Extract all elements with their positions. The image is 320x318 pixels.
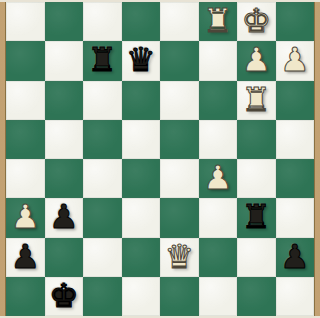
square-b2[interactable] — [45, 238, 84, 277]
square-f1[interactable] — [199, 277, 238, 316]
square-b5[interactable] — [45, 120, 84, 159]
square-g6[interactable]: ♜ — [237, 81, 276, 120]
square-h8[interactable] — [276, 2, 315, 41]
square-f6[interactable] — [199, 81, 238, 120]
square-c4[interactable] — [83, 159, 122, 198]
square-a5[interactable] — [6, 120, 45, 159]
square-g3[interactable]: ♜ — [237, 198, 276, 237]
square-b6[interactable] — [45, 81, 84, 120]
square-h5[interactable] — [276, 120, 315, 159]
square-h3[interactable] — [276, 198, 315, 237]
white-queen[interactable]: ♛ — [164, 240, 194, 273]
square-d8[interactable] — [122, 2, 161, 41]
white-pawn[interactable]: ♟ — [241, 43, 271, 76]
square-a3[interactable]: ♟ — [6, 198, 45, 237]
square-c2[interactable] — [83, 238, 122, 277]
square-b7[interactable] — [45, 41, 84, 80]
square-c3[interactable] — [83, 198, 122, 237]
black-rook[interactable]: ♜ — [241, 200, 271, 233]
chess-board: ♜♚♜♛♟♟♜♟♟♟♜♟♛♟♚ — [5, 2, 315, 316]
square-c7[interactable]: ♜ — [83, 41, 122, 80]
square-h6[interactable] — [276, 81, 315, 120]
square-d1[interactable] — [122, 277, 161, 316]
square-d5[interactable] — [122, 120, 161, 159]
square-f4[interactable]: ♟ — [199, 159, 238, 198]
square-d4[interactable] — [122, 159, 161, 198]
square-h1[interactable] — [276, 277, 315, 316]
square-g4[interactable] — [237, 159, 276, 198]
square-b4[interactable] — [45, 159, 84, 198]
board-frame: ♜♚♜♛♟♟♜♟♟♟♜♟♛♟♚ — [0, 0, 320, 318]
square-f5[interactable] — [199, 120, 238, 159]
white-pawn[interactable]: ♟ — [203, 161, 233, 194]
black-pawn[interactable]: ♟ — [10, 240, 40, 273]
white-pawn[interactable]: ♟ — [280, 43, 310, 76]
white-king[interactable]: ♚ — [241, 4, 271, 37]
square-b1[interactable]: ♚ — [45, 277, 84, 316]
square-d7[interactable]: ♛ — [122, 41, 161, 80]
square-a6[interactable] — [6, 81, 45, 120]
black-king[interactable]: ♚ — [49, 279, 79, 312]
square-c5[interactable] — [83, 120, 122, 159]
square-a8[interactable] — [6, 2, 45, 41]
square-d3[interactable] — [122, 198, 161, 237]
black-pawn[interactable]: ♟ — [49, 200, 79, 233]
square-e1[interactable] — [160, 277, 199, 316]
square-g7[interactable]: ♟ — [237, 41, 276, 80]
square-c6[interactable] — [83, 81, 122, 120]
square-e2[interactable]: ♛ — [160, 238, 199, 277]
square-g8[interactable]: ♚ — [237, 2, 276, 41]
white-rook[interactable]: ♜ — [241, 83, 271, 116]
square-f3[interactable] — [199, 198, 238, 237]
square-e8[interactable] — [160, 2, 199, 41]
square-f8[interactable]: ♜ — [199, 2, 238, 41]
square-d6[interactable] — [122, 81, 161, 120]
square-e4[interactable] — [160, 159, 199, 198]
square-f7[interactable] — [199, 41, 238, 80]
square-h7[interactable]: ♟ — [276, 41, 315, 80]
square-c1[interactable] — [83, 277, 122, 316]
square-a2[interactable]: ♟ — [6, 238, 45, 277]
black-rook[interactable]: ♜ — [87, 43, 117, 76]
square-h4[interactable] — [276, 159, 315, 198]
white-rook[interactable]: ♜ — [203, 4, 233, 37]
white-pawn[interactable]: ♟ — [10, 200, 40, 233]
square-a1[interactable] — [6, 277, 45, 316]
square-e3[interactable] — [160, 198, 199, 237]
square-a7[interactable] — [6, 41, 45, 80]
square-a4[interactable] — [6, 159, 45, 198]
square-h2[interactable]: ♟ — [276, 238, 315, 277]
square-d2[interactable] — [122, 238, 161, 277]
square-e7[interactable] — [160, 41, 199, 80]
square-e6[interactable] — [160, 81, 199, 120]
square-g1[interactable] — [237, 277, 276, 316]
black-queen[interactable]: ♛ — [126, 43, 156, 76]
square-f2[interactable] — [199, 238, 238, 277]
square-b3[interactable]: ♟ — [45, 198, 84, 237]
square-g5[interactable] — [237, 120, 276, 159]
black-pawn[interactable]: ♟ — [280, 240, 310, 273]
square-e5[interactable] — [160, 120, 199, 159]
square-b8[interactable] — [45, 2, 84, 41]
square-g2[interactable] — [237, 238, 276, 277]
square-c8[interactable] — [83, 2, 122, 41]
